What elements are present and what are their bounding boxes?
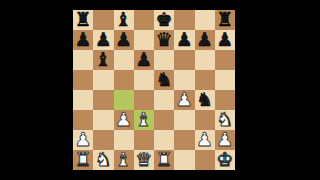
square-b2[interactable] [93, 130, 113, 150]
black-rook-h8[interactable]: ♜ [216, 10, 233, 29]
black-rook-a8[interactable]: ♜ [75, 10, 92, 29]
black-pawn-c7[interactable]: ♟ [115, 30, 132, 49]
black-pawn-g7[interactable]: ♟ [196, 30, 213, 49]
black-king-e8[interactable]: ♚ [156, 10, 173, 29]
square-c4[interactable] [114, 90, 134, 110]
square-e1[interactable]: ♜ [154, 150, 174, 170]
square-g1[interactable] [195, 150, 215, 170]
square-h7[interactable]: ♟ [215, 30, 235, 50]
square-c5[interactable] [114, 70, 134, 90]
white-pawn-f4[interactable]: ♟ [176, 90, 193, 109]
square-b5[interactable] [93, 70, 113, 90]
black-pawn-b7[interactable]: ♟ [95, 30, 112, 49]
square-a5[interactable] [73, 70, 93, 90]
black-pawn-d6[interactable]: ♟ [135, 50, 152, 69]
square-d7[interactable] [134, 30, 154, 50]
square-d4[interactable] [134, 90, 154, 110]
white-rook-a1[interactable]: ♜ [75, 150, 92, 169]
black-bishop-c8[interactable]: ♝ [115, 10, 132, 29]
letterboxed-stage: ♜♝♚♜♟♟♟♛♟♟♟♝♟♞♟♞♟♝♞♟♟♟♜♞♝♛♜♚ [0, 0, 320, 180]
square-h3[interactable]: ♞ [215, 110, 235, 130]
square-c2[interactable] [114, 130, 134, 150]
black-knight-g4[interactable]: ♞ [196, 90, 213, 109]
square-h4[interactable] [215, 90, 235, 110]
square-g6[interactable] [195, 50, 215, 70]
white-bishop-c1[interactable]: ♝ [115, 150, 132, 169]
square-d8[interactable] [134, 10, 154, 30]
chess-board[interactable]: ♜♝♚♜♟♟♟♛♟♟♟♝♟♞♟♞♟♝♞♟♟♟♜♞♝♛♜♚ [73, 10, 235, 170]
square-e2[interactable] [154, 130, 174, 150]
square-f1[interactable] [174, 150, 194, 170]
square-g5[interactable] [195, 70, 215, 90]
square-b3[interactable] [93, 110, 113, 130]
square-h2[interactable]: ♟ [215, 130, 235, 150]
black-pawn-a7[interactable]: ♟ [75, 30, 92, 49]
square-f3[interactable] [174, 110, 194, 130]
square-c3[interactable]: ♟ [114, 110, 134, 130]
square-e5[interactable]: ♞ [154, 70, 174, 90]
square-e6[interactable] [154, 50, 174, 70]
square-e3[interactable] [154, 110, 174, 130]
square-a2[interactable]: ♟ [73, 130, 93, 150]
square-d3[interactable]: ♝ [134, 110, 154, 130]
square-d5[interactable] [134, 70, 154, 90]
white-pawn-h2[interactable]: ♟ [216, 130, 233, 149]
square-g3[interactable] [195, 110, 215, 130]
square-a6[interactable] [73, 50, 93, 70]
square-f8[interactable] [174, 10, 194, 30]
square-h1[interactable]: ♚ [215, 150, 235, 170]
square-f5[interactable] [174, 70, 194, 90]
square-f2[interactable] [174, 130, 194, 150]
square-c6[interactable] [114, 50, 134, 70]
black-pawn-f7[interactable]: ♟ [176, 30, 193, 49]
white-queen-d1[interactable]: ♛ [135, 150, 152, 169]
square-a1[interactable]: ♜ [73, 150, 93, 170]
square-f7[interactable]: ♟ [174, 30, 194, 50]
square-c8[interactable]: ♝ [114, 10, 134, 30]
square-e7[interactable]: ♛ [154, 30, 174, 50]
square-b7[interactable]: ♟ [93, 30, 113, 50]
square-f4[interactable]: ♟ [174, 90, 194, 110]
white-knight-b1[interactable]: ♞ [95, 150, 112, 169]
white-bishop-d3[interactable]: ♝ [135, 110, 152, 129]
white-pawn-g2[interactable]: ♟ [196, 130, 213, 149]
square-b6[interactable]: ♝ [93, 50, 113, 70]
black-pawn-h7[interactable]: ♟ [216, 30, 233, 49]
square-e4[interactable] [154, 90, 174, 110]
square-a8[interactable]: ♜ [73, 10, 93, 30]
white-rook-e1[interactable]: ♜ [156, 150, 173, 169]
square-h5[interactable] [215, 70, 235, 90]
black-queen-e7[interactable]: ♛ [156, 30, 173, 49]
square-g2[interactable]: ♟ [195, 130, 215, 150]
white-king-h1[interactable]: ♚ [216, 150, 233, 169]
square-c1[interactable]: ♝ [114, 150, 134, 170]
square-d2[interactable] [134, 130, 154, 150]
square-f6[interactable] [174, 50, 194, 70]
square-h6[interactable] [215, 50, 235, 70]
black-knight-e5[interactable]: ♞ [156, 70, 173, 89]
square-a7[interactable]: ♟ [73, 30, 93, 50]
square-d1[interactable]: ♛ [134, 150, 154, 170]
square-b4[interactable] [93, 90, 113, 110]
square-g4[interactable]: ♞ [195, 90, 215, 110]
white-pawn-c3[interactable]: ♟ [115, 110, 132, 129]
white-pawn-a2[interactable]: ♟ [75, 130, 92, 149]
square-g8[interactable] [195, 10, 215, 30]
square-e8[interactable]: ♚ [154, 10, 174, 30]
square-b1[interactable]: ♞ [93, 150, 113, 170]
square-b8[interactable] [93, 10, 113, 30]
square-h8[interactable]: ♜ [215, 10, 235, 30]
black-bishop-b6[interactable]: ♝ [95, 50, 112, 69]
square-c7[interactable]: ♟ [114, 30, 134, 50]
square-g7[interactable]: ♟ [195, 30, 215, 50]
square-a3[interactable] [73, 110, 93, 130]
square-a4[interactable] [73, 90, 93, 110]
white-knight-h3[interactable]: ♞ [216, 110, 233, 129]
square-d6[interactable]: ♟ [134, 50, 154, 70]
